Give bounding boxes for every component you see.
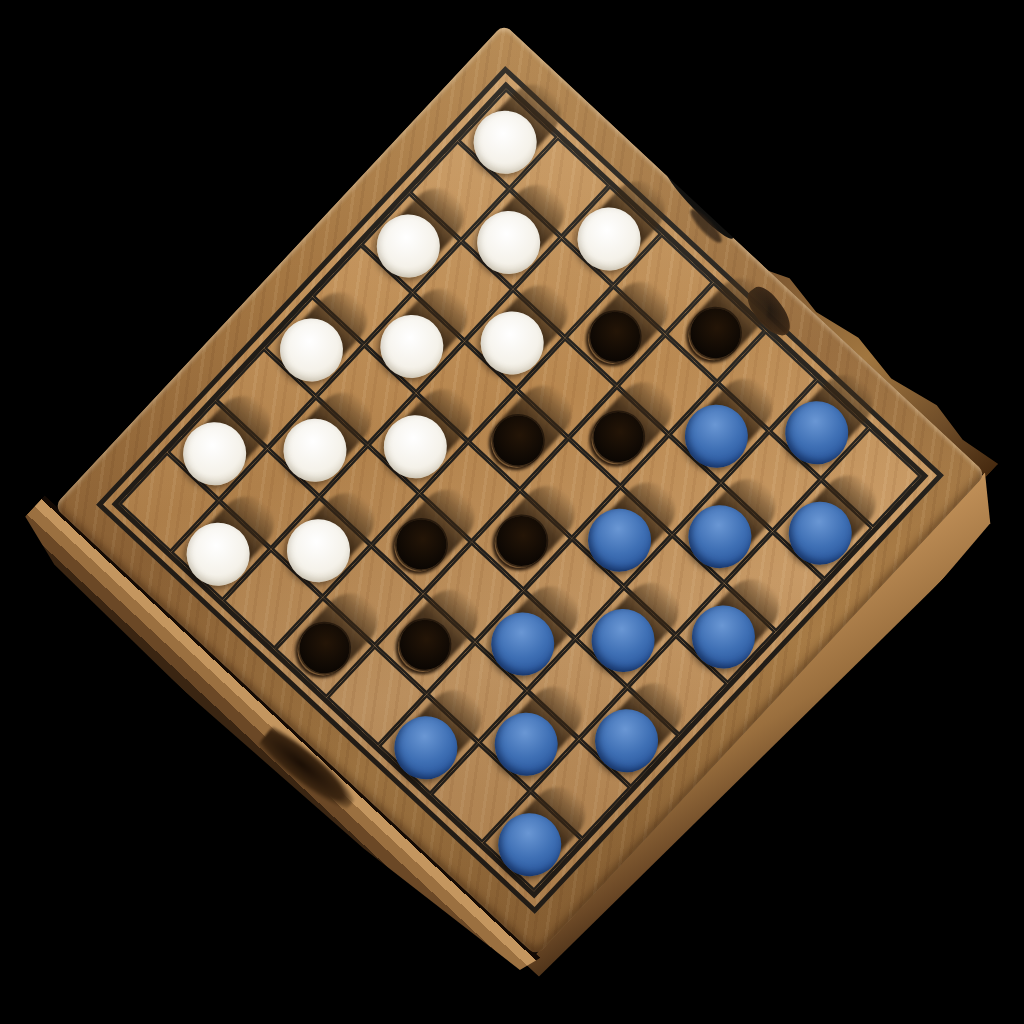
checkers-box <box>54 24 987 957</box>
board-grid <box>112 82 929 899</box>
playing-field <box>96 66 944 914</box>
scene <box>0 0 1024 1024</box>
board-lid <box>54 24 987 957</box>
